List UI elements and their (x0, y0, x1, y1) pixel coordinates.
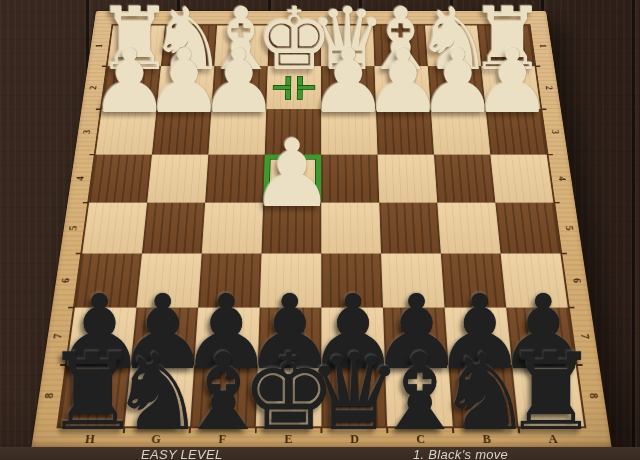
frame-tick (96, 109, 101, 110)
frame-tick (320, 427, 322, 433)
square-g6[interactable] (136, 254, 201, 308)
frame-tick (561, 253, 567, 254)
rank-label-right-6: 6 (571, 278, 583, 283)
square-c6[interactable] (381, 254, 445, 308)
rank-label-right-2: 2 (544, 85, 555, 89)
move-status: 1. Black's move (413, 447, 508, 460)
square-a1[interactable] (477, 26, 535, 67)
square-b3[interactable] (431, 109, 491, 154)
move-from-cross-icon (297, 85, 315, 90)
frame-tick (452, 427, 454, 433)
file-label-d: D (350, 433, 359, 445)
square-d4[interactable] (321, 155, 379, 203)
move-from-cross-icon (273, 85, 291, 90)
rank-label-right-4: 4 (557, 176, 568, 180)
rank-label-left-6: 6 (60, 278, 72, 283)
square-g4[interactable] (147, 155, 208, 203)
frame-tick (535, 66, 540, 67)
square-a7[interactable] (506, 308, 576, 365)
square-e3[interactable] (265, 109, 321, 154)
file-label-b: B (482, 433, 491, 445)
frame-tick (541, 109, 546, 110)
file-label-a: A (548, 433, 558, 445)
square-a6[interactable] (501, 254, 568, 308)
square-f7[interactable] (194, 308, 259, 365)
rank-label-left-1: 1 (94, 44, 104, 48)
chess-board: HGFEDCBA1122334455667788 (31, 11, 612, 450)
frame-tick (68, 307, 74, 308)
square-c5[interactable] (379, 203, 441, 254)
square-e2-move-from-marker[interactable] (266, 66, 321, 109)
square-g5[interactable] (142, 203, 205, 254)
square-b5[interactable] (437, 203, 500, 254)
square-b8[interactable] (449, 365, 519, 426)
wooden-table-background: HGFEDCBA1122334455667788 ♜♞♝♛♚♝♞♜♟♟♟♟♟♟♟… (0, 0, 640, 460)
frame-tick (123, 427, 125, 433)
square-c4[interactable] (378, 155, 438, 203)
square-a4[interactable] (490, 155, 553, 203)
square-e1[interactable] (268, 26, 321, 67)
level-label: EASY LEVEL (141, 447, 223, 460)
square-h7[interactable] (67, 308, 136, 365)
square-h6[interactable] (75, 254, 142, 308)
square-f1[interactable] (214, 26, 269, 67)
square-b2[interactable] (428, 66, 486, 109)
file-label-h: H (85, 433, 96, 445)
square-c2[interactable] (374, 66, 430, 109)
rank-label-left-4: 4 (74, 176, 85, 180)
file-label-f: F (218, 433, 226, 445)
square-e7[interactable] (258, 308, 322, 365)
frame-tick (577, 364, 583, 365)
frame-tick (548, 154, 553, 155)
frame-tick (60, 364, 66, 365)
square-f3[interactable] (208, 109, 266, 154)
square-a3[interactable] (486, 109, 547, 154)
status-bar: EASY LEVEL 1. Black's move (0, 447, 640, 460)
file-label-g: G (151, 433, 162, 445)
rank-label-left-7: 7 (51, 333, 63, 338)
frame-tick (83, 202, 89, 203)
square-e5[interactable] (261, 203, 321, 254)
rank-label-right-1: 1 (538, 44, 548, 48)
square-h4[interactable] (89, 155, 152, 203)
square-f5[interactable] (202, 203, 263, 254)
rank-label-right-5: 5 (564, 225, 576, 230)
square-f2[interactable] (211, 66, 267, 109)
square-e8[interactable] (256, 365, 322, 426)
square-h3[interactable] (96, 109, 157, 154)
square-d5[interactable] (321, 203, 381, 254)
rank-label-left-3: 3 (81, 129, 92, 133)
square-g7[interactable] (131, 308, 198, 365)
square-c3[interactable] (376, 109, 434, 154)
square-a5[interactable] (495, 203, 560, 254)
square-h8[interactable] (59, 365, 131, 426)
square-d1[interactable] (321, 26, 374, 67)
square-f8[interactable] (190, 365, 258, 426)
square-g1[interactable] (161, 26, 217, 67)
frame-tick (76, 253, 82, 254)
square-d2[interactable] (321, 66, 376, 109)
square-g2[interactable] (157, 66, 215, 109)
file-label-c: C (416, 433, 425, 445)
frame-tick (89, 154, 94, 155)
square-a2[interactable] (481, 66, 540, 109)
square-e4-move-to-highlight[interactable] (263, 155, 321, 203)
frame-tick (255, 427, 257, 433)
rank-label-right-3: 3 (550, 129, 561, 133)
square-b1[interactable] (425, 26, 481, 67)
square-c1[interactable] (373, 26, 428, 67)
rank-label-left-5: 5 (67, 225, 79, 230)
square-f6[interactable] (198, 254, 261, 308)
square-b6[interactable] (441, 254, 506, 308)
rank-label-left-2: 2 (88, 85, 99, 89)
square-d8[interactable] (321, 365, 387, 426)
square-g3[interactable] (152, 109, 211, 154)
square-c7[interactable] (383, 308, 449, 365)
square-e6[interactable] (260, 254, 322, 308)
frame-tick (189, 427, 191, 433)
square-d7[interactable] (321, 308, 385, 365)
frame-tick (554, 202, 560, 203)
frame-tick (518, 427, 520, 433)
frame-tick (386, 427, 388, 433)
square-h5[interactable] (82, 203, 147, 254)
frame-tick (102, 66, 107, 67)
square-h2[interactable] (102, 66, 161, 109)
square-f4[interactable] (205, 155, 265, 203)
square-b7[interactable] (445, 308, 513, 365)
square-c8[interactable] (385, 365, 453, 426)
square-g8[interactable] (124, 365, 194, 426)
rank-label-left-8: 8 (43, 392, 56, 398)
square-h1[interactable] (108, 26, 166, 67)
file-label-e: E (284, 433, 292, 445)
square-a8[interactable] (512, 365, 584, 426)
square-d6[interactable] (321, 254, 383, 308)
rank-label-right-7: 7 (579, 333, 591, 338)
rank-label-right-8: 8 (587, 392, 600, 398)
frame-tick (569, 307, 575, 308)
square-b4[interactable] (434, 155, 495, 203)
chess-board-grid (59, 26, 584, 427)
square-d3[interactable] (321, 109, 377, 154)
